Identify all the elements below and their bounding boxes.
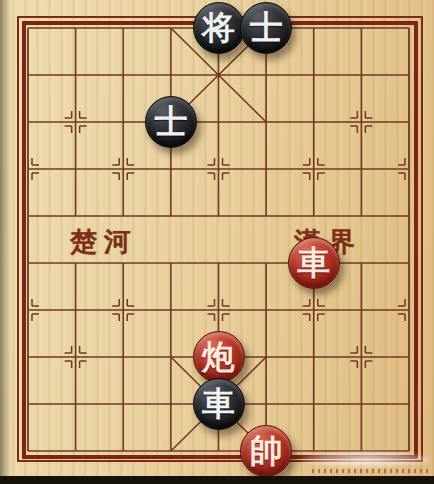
piece-black-advisor[interactable]: 士 <box>145 96 197 148</box>
piece-char: 車 <box>202 379 235 429</box>
piece-layer[interactable]: 将士士車炮車帥 <box>4 5 433 475</box>
piece-red-chariot[interactable]: 車 <box>288 237 340 289</box>
piece-char: 将 <box>202 3 235 53</box>
watermark-dots <box>312 469 428 473</box>
piece-black-advisor[interactable]: 士 <box>240 2 292 54</box>
piece-black-general[interactable]: 将 <box>193 2 245 54</box>
piece-char: 士 <box>154 97 187 147</box>
piece-char: 士 <box>250 3 283 53</box>
piece-char: 炮 <box>202 332 235 382</box>
piece-red-general[interactable]: 帥 <box>240 425 292 477</box>
piece-red-cannon[interactable]: 炮 <box>193 331 245 383</box>
watermark-smudge <box>300 451 432 468</box>
piece-char: 帥 <box>250 426 283 476</box>
piece-black-chariot[interactable]: 車 <box>193 378 245 430</box>
xiangqi-screenshot: 楚河 漢界 将士士車炮車帥 <box>0 0 434 484</box>
left-edge-shadow <box>0 0 11 484</box>
piece-char: 車 <box>297 238 330 288</box>
bottom-edge-bar <box>0 476 434 484</box>
